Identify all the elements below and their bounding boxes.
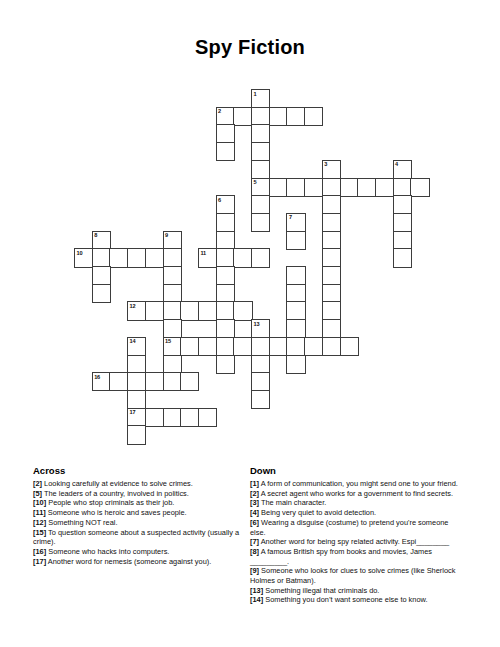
clue-item: [7] Another word for being spy related a… (250, 537, 462, 547)
grid-cell[interactable] (286, 301, 305, 320)
grid-cell[interactable] (92, 248, 111, 267)
page-title: Spy Fiction (0, 36, 500, 59)
grid-cell[interactable] (286, 107, 305, 126)
grid-cell[interactable]: 6 (216, 195, 235, 214)
cell-number: 3 (324, 161, 327, 167)
clue-item: [10] People who stop criminals as their … (33, 498, 246, 508)
clue-item: [16] Someone who hacks into computers. (33, 547, 246, 557)
grid-cell[interactable] (322, 248, 341, 267)
clue-item: [9] Someone who looks for clues to solve… (250, 566, 462, 585)
grid-cell[interactable]: 11 (198, 248, 217, 267)
clue-number: [9] (250, 566, 259, 575)
grid-cell[interactable]: 16 (92, 372, 111, 391)
clue-item: [3] The main character. (250, 498, 462, 508)
grid-cell[interactable] (216, 248, 235, 267)
grid-cell[interactable] (286, 231, 305, 250)
grid-cell[interactable] (163, 301, 182, 320)
grid-cell[interactable]: 9 (163, 231, 182, 250)
grid-cell[interactable] (393, 195, 412, 214)
grid-cell[interactable] (357, 178, 376, 197)
grid-cell[interactable] (251, 142, 270, 161)
grid-cell[interactable] (286, 319, 305, 338)
grid-cell[interactable] (251, 195, 270, 214)
grid-cell[interactable] (198, 337, 217, 356)
grid-cell[interactable] (163, 355, 182, 374)
grid-cell[interactable] (127, 372, 146, 391)
grid-cell[interactable] (322, 284, 341, 303)
clue-item: [8] A famous British spy from books and … (250, 547, 462, 566)
cell-number: 5 (254, 179, 257, 185)
cell-number: 2 (218, 108, 221, 114)
cell-number: 11 (200, 250, 206, 256)
grid-cell[interactable] (92, 284, 111, 303)
cell-number: 15 (165, 338, 171, 344)
grid-cell[interactable] (216, 266, 235, 285)
clue-item: [4] Being very quiet to avoid detection. (250, 508, 462, 518)
grid-cell[interactable] (127, 248, 146, 267)
cell-number: 12 (130, 303, 136, 309)
clue-number: [14] (250, 595, 263, 604)
grid-cell[interactable] (233, 248, 252, 267)
grid-cell[interactable] (163, 266, 182, 285)
grid-cell[interactable] (251, 213, 270, 232)
cell-number: 7 (289, 214, 292, 220)
clue-number: [7] (250, 537, 259, 546)
clue-item: [17] Another word for nemesis (someone a… (33, 557, 246, 567)
down-header: Down (250, 465, 462, 476)
grid-cell[interactable] (322, 178, 341, 197)
clue-number: [10] (33, 498, 46, 507)
grid-cell[interactable] (163, 284, 182, 303)
grid-cell[interactable] (304, 107, 323, 126)
clue-item: [15] To question someone about a suspect… (33, 528, 246, 547)
grid-cell[interactable] (393, 231, 412, 250)
clue-number: [11] (33, 508, 46, 517)
cell-number: 10 (77, 250, 83, 256)
grid-cell[interactable] (109, 372, 128, 391)
grid-cell[interactable] (251, 160, 270, 179)
grid-cell[interactable]: 7 (286, 213, 305, 232)
grid-cell[interactable] (109, 248, 128, 267)
grid-cell[interactable] (233, 301, 252, 320)
clue-item: [2] Looking carefully at evidence to sol… (33, 479, 246, 489)
grid-cell[interactable] (180, 337, 199, 356)
clue-number: [16] (33, 547, 46, 556)
grid-cell[interactable] (216, 301, 235, 320)
clue-number: [13] (250, 586, 263, 595)
grid-cell[interactable] (145, 248, 164, 267)
grid-cell[interactable] (286, 266, 305, 285)
clue-item: [12] Something NOT real. (33, 518, 246, 528)
grid-cell[interactable] (216, 213, 235, 232)
across-clue-list: [2] Looking carefully at evidence to sol… (33, 479, 246, 566)
grid-cell[interactable] (251, 248, 270, 267)
grid-cell[interactable] (145, 301, 164, 320)
grid-cell[interactable] (286, 284, 305, 303)
clue-number: [1] (250, 479, 259, 488)
grid-cell[interactable] (375, 178, 394, 197)
clue-item: [6] Wearing a disguise (costume) to pret… (250, 518, 462, 537)
grid-cell[interactable] (410, 178, 429, 197)
grid-cell[interactable]: 1 (251, 89, 270, 108)
grid-cell[interactable] (216, 142, 235, 161)
clue-number: [15] (33, 528, 46, 537)
grid-cell[interactable] (322, 319, 341, 338)
cell-number: 17 (130, 409, 136, 415)
across-clues-section: Across [2] Looking carefully at evidence… (33, 465, 246, 566)
grid-cell[interactable] (269, 337, 288, 356)
grid-cell[interactable] (393, 213, 412, 232)
grid-cell[interactable] (216, 124, 235, 143)
grid-cell[interactable] (163, 372, 182, 391)
grid-cell[interactable] (286, 355, 305, 374)
clue-item: [14] Something you don’t want someone el… (250, 595, 462, 605)
grid-cell[interactable] (340, 337, 359, 356)
crossword-grid: 1234567891011121314151617 (74, 89, 430, 446)
grid-cell[interactable] (322, 266, 341, 285)
clue-item: [5] The leaders of a country, involved i… (33, 489, 246, 499)
clue-number: [17] (33, 557, 46, 566)
grid-cell[interactable] (163, 319, 182, 338)
grid-cell[interactable] (304, 178, 323, 197)
grid-cell[interactable] (269, 107, 288, 126)
grid-cell[interactable]: 10 (74, 248, 93, 267)
grid-cell[interactable]: 8 (92, 231, 111, 250)
grid-cell[interactable] (322, 213, 341, 232)
grid-cell[interactable] (251, 124, 270, 143)
grid-cell[interactable] (216, 355, 235, 374)
grid-cell[interactable] (216, 284, 235, 303)
grid-cell[interactable] (180, 372, 199, 391)
grid-cell[interactable] (216, 337, 235, 356)
grid-cell[interactable] (163, 408, 182, 427)
grid-cell[interactable]: 4 (393, 160, 412, 179)
grid-cell[interactable] (163, 248, 182, 267)
cell-number: 8 (94, 232, 97, 238)
grid-cell[interactable] (269, 178, 288, 197)
clue-number: [3] (250, 498, 259, 507)
down-clue-list: [1] A form of communication, you might s… (250, 479, 462, 605)
grid-cell[interactable]: 15 (163, 337, 182, 356)
grid-cell[interactable] (145, 408, 164, 427)
grid-cell[interactable]: 12 (127, 301, 146, 320)
grid-cell[interactable]: 14 (127, 337, 146, 356)
grid-cell[interactable] (233, 337, 252, 356)
grid-cell[interactable] (198, 408, 217, 427)
grid-cell[interactable] (251, 107, 270, 126)
clue-number: [2] (250, 489, 259, 498)
grid-cell[interactable] (286, 178, 305, 197)
grid-cell[interactable] (286, 337, 305, 356)
grid-cell[interactable] (198, 301, 217, 320)
clue-number: [6] (250, 518, 259, 527)
grid-cell[interactable]: 3 (322, 160, 341, 179)
clue-number: [8] (250, 547, 259, 556)
grid-cell[interactable]: 17 (127, 408, 146, 427)
grid-cell[interactable] (322, 337, 341, 356)
grid-cell[interactable] (304, 337, 323, 356)
cell-number: 9 (165, 232, 168, 238)
cell-number: 13 (254, 321, 260, 327)
grid-cell[interactable] (180, 408, 199, 427)
clue-item: [1] A form of communication, you might s… (250, 479, 462, 489)
grid-cell[interactable] (322, 301, 341, 320)
grid-cell[interactable] (251, 390, 270, 409)
grid-cell[interactable]: 2 (216, 107, 235, 126)
grid-cell[interactable] (393, 248, 412, 267)
clue-item: [2] A secret agent who works for a gover… (250, 489, 462, 499)
grid-cell[interactable] (233, 107, 252, 126)
grid-cell[interactable] (393, 178, 412, 197)
clue-item: [11] Someone who is heroic and saves peo… (33, 508, 246, 518)
grid-cell[interactable] (251, 372, 270, 391)
grid-cell[interactable] (145, 372, 164, 391)
down-clues-section: Down [1] A form of communication, you mi… (250, 465, 462, 605)
grid-cell[interactable]: 13 (251, 319, 270, 338)
grid-cell[interactable] (340, 178, 359, 197)
cell-number: 14 (130, 338, 136, 344)
grid-cell[interactable] (322, 231, 341, 250)
cell-number: 1 (254, 91, 257, 97)
grid-cell[interactable] (322, 195, 341, 214)
clue-number: [2] (33, 479, 42, 488)
grid-cell[interactable] (216, 319, 235, 338)
grid-cell[interactable] (127, 390, 146, 409)
grid-cell[interactable] (251, 337, 270, 356)
grid-cell[interactable] (127, 425, 146, 444)
clue-number: [5] (33, 489, 42, 498)
cell-number: 4 (395, 161, 398, 167)
clue-item: [13] Something illegal that criminals do… (250, 586, 462, 596)
grid-cell[interactable] (180, 301, 199, 320)
grid-cell[interactable] (251, 355, 270, 374)
cell-number: 16 (94, 374, 100, 380)
clue-number: [12] (33, 518, 46, 527)
clue-number: [4] (250, 508, 259, 517)
across-header: Across (33, 465, 246, 476)
grid-cell[interactable]: 5 (251, 178, 270, 197)
grid-cell[interactable] (92, 266, 111, 285)
grid-cell[interactable] (216, 231, 235, 250)
cell-number: 6 (218, 197, 221, 203)
grid-cell[interactable] (127, 355, 146, 374)
